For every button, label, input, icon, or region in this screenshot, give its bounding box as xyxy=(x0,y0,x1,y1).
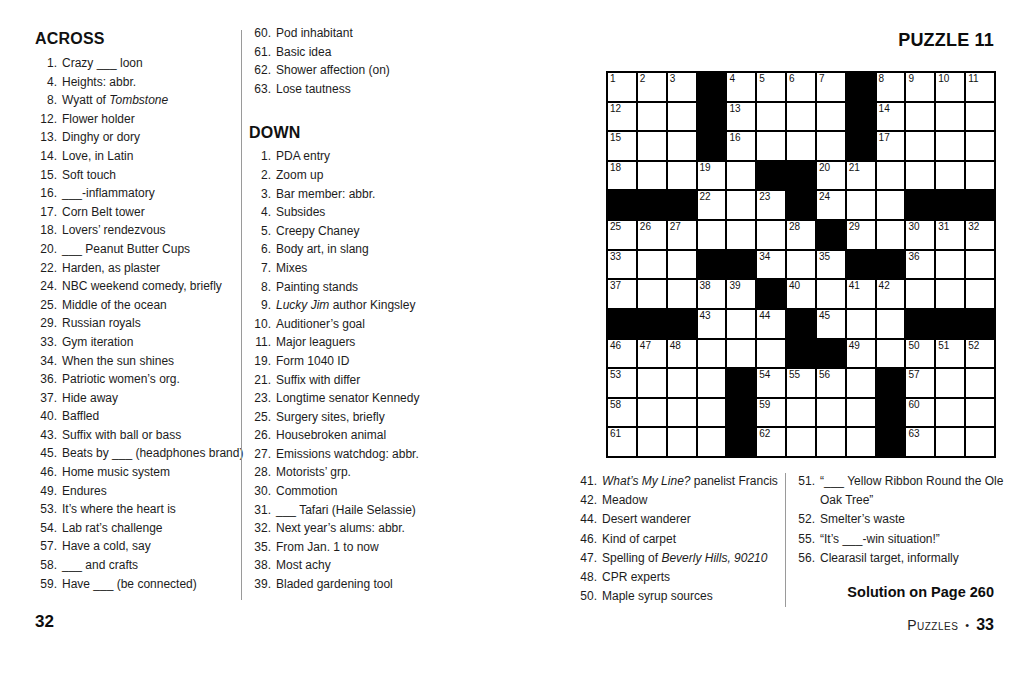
grid-cell-r12c7[interactable] xyxy=(787,399,815,427)
clue-number: 13. xyxy=(35,128,57,147)
down-clues-list-1: 1.PDA entry2.Zoom up3.Bar member: abbr.4… xyxy=(249,147,473,593)
grid-cell-r7c12[interactable] xyxy=(936,251,964,279)
grid-cell-r6c2[interactable]: 26 xyxy=(638,221,666,249)
grid-cell-r3c1[interactable]: 15 xyxy=(608,132,636,160)
cell-number: 32 xyxy=(968,221,979,232)
clue: 2.Zoom up xyxy=(249,166,473,185)
grid-cell-r2c6[interactable] xyxy=(757,103,785,131)
grid-cell-r11c6[interactable]: 54 xyxy=(757,369,785,397)
grid-cell-r2c9 xyxy=(847,103,875,131)
clue: 53.It’s where the heart is xyxy=(35,500,237,519)
clue: 29.Russian royals xyxy=(35,314,237,333)
clue-text: Mixes xyxy=(276,259,473,278)
grid-cell-r5c13 xyxy=(966,191,994,219)
cell-number: 44 xyxy=(759,310,770,321)
clue-text: Motorists’ grp. xyxy=(276,463,473,482)
cell-number: 17 xyxy=(879,132,890,143)
clue-number: 44. xyxy=(575,510,597,529)
clue-text: When the sun shines xyxy=(62,352,237,371)
clue: 35.From Jan. 1 to now xyxy=(249,538,473,557)
grid-cell-r8c2[interactable] xyxy=(638,280,666,308)
grid-cell-r3c6[interactable] xyxy=(757,132,785,160)
clue: 33.Gym iteration xyxy=(35,333,237,352)
clue: 63.Lose tautness xyxy=(249,80,473,99)
page-footer-right: Puzzles • 33 xyxy=(907,616,994,634)
grid-cell-r2c5[interactable]: 13 xyxy=(727,103,755,131)
clue-text: ___ Tafari (Haile Selassie) xyxy=(276,501,473,520)
clue-text: Emissions watchdog: abbr. xyxy=(276,445,473,464)
grid-cell-r2c2[interactable] xyxy=(638,103,666,131)
clue-number: 51. xyxy=(793,472,815,510)
grid-cell-r3c3[interactable] xyxy=(668,132,696,160)
grid-cell-r1c6[interactable]: 5 xyxy=(757,73,785,101)
clue-text: Body art, in slang xyxy=(276,240,473,259)
clue: 38.Most achy xyxy=(249,556,473,575)
clue-number: 25. xyxy=(249,408,271,427)
grid-cell-r1c2[interactable]: 2 xyxy=(638,73,666,101)
grid-cell-r6c7[interactable]: 28 xyxy=(787,221,815,249)
grid-cell-r11c4[interactable] xyxy=(698,369,726,397)
grid-cell-r7c8[interactable]: 35 xyxy=(817,251,845,279)
clue: 44.Desert wanderer xyxy=(575,510,780,529)
grid-cell-r2c11[interactable] xyxy=(906,103,934,131)
clue-text: Have ___ (be connected) xyxy=(62,575,237,594)
puzzles-label: Puzzles xyxy=(907,617,958,633)
grid-cell-r7c1[interactable]: 33 xyxy=(608,251,636,279)
clue-number: 40. xyxy=(35,407,57,426)
clue: 49.Endures xyxy=(35,482,237,501)
clue: 11.Major leaguers xyxy=(249,333,473,352)
clue-text: Lab rat’s challenge xyxy=(62,519,237,538)
grid-cell-r7c9 xyxy=(847,251,875,279)
grid-cell-r11c9[interactable] xyxy=(847,369,875,397)
clue-text: Gym iteration xyxy=(62,333,237,352)
clue-number: 21. xyxy=(249,371,271,390)
clue-number: 34. xyxy=(35,352,57,371)
cell-number: 46 xyxy=(610,340,621,351)
grid-cell-r10c13[interactable]: 52 xyxy=(966,340,994,368)
grid-cell-r4c1[interactable]: 18 xyxy=(608,162,636,190)
clue-text: Wyatt of Tombstone xyxy=(62,91,237,110)
grid-cell-r6c11[interactable]: 30 xyxy=(906,221,934,249)
clue-text: Have a cold, say xyxy=(62,537,237,556)
clue-text: Lose tautness xyxy=(276,80,473,99)
grid-cell-r8c4[interactable]: 38 xyxy=(698,280,726,308)
clue-number: 6. xyxy=(249,240,271,259)
grid-cell-r11c13[interactable] xyxy=(966,369,994,397)
grid-cell-r6c1[interactable]: 25 xyxy=(608,221,636,249)
grid-cell-r12c12[interactable] xyxy=(936,399,964,427)
grid-cell-r12c4[interactable] xyxy=(698,399,726,427)
grid-cell-r6c5[interactable] xyxy=(727,221,755,249)
grid-cell-r9c2 xyxy=(638,310,666,338)
clue-text: Beats by ___ (headphones brand) xyxy=(62,444,243,463)
grid-cell-r6c12[interactable]: 31 xyxy=(936,221,964,249)
clue: 45.Beats by ___ (headphones brand) xyxy=(35,444,237,463)
cell-number: 42 xyxy=(879,280,890,291)
bottom-column-divider xyxy=(785,473,786,607)
clue: 56.Clearasil target, informally xyxy=(793,549,1011,568)
clue-number: 8. xyxy=(249,278,271,297)
grid-cell-r2c12[interactable] xyxy=(936,103,964,131)
grid-cell-r12c8[interactable] xyxy=(817,399,845,427)
grid-cell-r11c7[interactable]: 55 xyxy=(787,369,815,397)
grid-cell-r11c12[interactable] xyxy=(936,369,964,397)
grid-cell-r6c8 xyxy=(817,221,845,249)
clue-number: 62. xyxy=(249,61,271,80)
clue-text: Auditioner’s goal xyxy=(276,315,473,334)
cell-number: 49 xyxy=(849,340,860,351)
grid-cell-r4c10[interactable] xyxy=(877,162,905,190)
grid-cell-r13c7[interactable] xyxy=(787,428,815,456)
clue-number: 46. xyxy=(35,463,57,482)
cell-number: 60 xyxy=(908,399,919,410)
grid-cell-r12c9[interactable] xyxy=(847,399,875,427)
grid-cell-r4c12[interactable] xyxy=(936,162,964,190)
grid-cell-r4c3[interactable] xyxy=(668,162,696,190)
clue: 27.Emissions watchdog: abbr. xyxy=(249,445,473,464)
grid-cell-r13c1[interactable]: 61 xyxy=(608,428,636,456)
grid-cell-r10c4[interactable] xyxy=(698,340,726,368)
grid-cell-r1c5[interactable]: 4 xyxy=(727,73,755,101)
clue: 51.“___ Yellow Ribbon Round the Ole Oak … xyxy=(793,472,1011,510)
cell-number: 9 xyxy=(908,73,914,84)
clue-number: 56. xyxy=(793,549,815,568)
grid-cell-r8c6 xyxy=(757,280,785,308)
grid-cell-r7c7[interactable] xyxy=(787,251,815,279)
grid-cell-r7c6[interactable]: 34 xyxy=(757,251,785,279)
grid-cell-r7c11[interactable]: 36 xyxy=(906,251,934,279)
grid-cell-r13c13[interactable] xyxy=(966,428,994,456)
clue-text: Smelter’s waste xyxy=(820,510,1011,529)
clue-text: Major leaguers xyxy=(276,333,473,352)
cell-number: 13 xyxy=(729,103,740,114)
grid-cell-r5c5[interactable] xyxy=(727,191,755,219)
grid-cell-r8c11[interactable] xyxy=(906,280,934,308)
cell-number: 29 xyxy=(849,221,860,232)
across-header: ACROSS xyxy=(35,30,237,48)
grid-cell-r5c8[interactable]: 24 xyxy=(817,191,845,219)
grid-cell-r4c6 xyxy=(757,162,785,190)
grid-cell-r13c3[interactable] xyxy=(668,428,696,456)
grid-cell-r5c9[interactable] xyxy=(847,191,875,219)
grid-cell-r3c5[interactable]: 16 xyxy=(727,132,755,160)
grid-cell-r3c10[interactable]: 17 xyxy=(877,132,905,160)
grid-cell-r8c12[interactable] xyxy=(936,280,964,308)
clue: 17.Corn Belt tower xyxy=(35,203,237,222)
grid-cell-r10c2[interactable]: 47 xyxy=(638,340,666,368)
clue-text: Home music system xyxy=(62,463,237,482)
clue-text: ___-inflammatory xyxy=(62,184,237,203)
clue-number: 53. xyxy=(35,500,57,519)
clue: 40.Baffled xyxy=(35,407,237,426)
grid-cell-r8c1[interactable]: 37 xyxy=(608,280,636,308)
cell-number: 26 xyxy=(640,221,651,232)
clue-text: Form 1040 ID xyxy=(276,352,473,371)
clue: 6.Body art, in slang xyxy=(249,240,473,259)
grid-cell-r8c5[interactable]: 39 xyxy=(727,280,755,308)
across-clues-list-1: 1.Crazy ___ loon4.Heights: abbr.8.Wyatt … xyxy=(35,54,237,593)
clue: 50.Maple syrup sources xyxy=(575,587,780,606)
grid-cell-r10c6[interactable] xyxy=(757,340,785,368)
grid-cell-r9c8[interactable]: 45 xyxy=(817,310,845,338)
grid-cell-r9c13 xyxy=(966,310,994,338)
grid-cell-r8c3[interactable] xyxy=(668,280,696,308)
grid-cell-r8c9[interactable]: 41 xyxy=(847,280,875,308)
cell-number: 43 xyxy=(700,310,711,321)
clue-number: 28. xyxy=(249,463,271,482)
grid-cell-r10c3[interactable]: 48 xyxy=(668,340,696,368)
clue-text: Next year’s alums: abbr. xyxy=(276,519,473,538)
grid-cell-r9c9[interactable] xyxy=(847,310,875,338)
clue-text: Most achy xyxy=(276,556,473,575)
grid-cell-r6c10[interactable] xyxy=(877,221,905,249)
clue-text: Longtime senator Kennedy xyxy=(276,389,473,408)
clue-text: It’s where the heart is xyxy=(62,500,237,519)
grid-cell-r2c7[interactable] xyxy=(787,103,815,131)
grid-cell-r10c10[interactable] xyxy=(877,340,905,368)
grid-cell-r3c7[interactable] xyxy=(787,132,815,160)
grid-cell-r12c3[interactable] xyxy=(668,399,696,427)
grid-cell-r1c10[interactable]: 8 xyxy=(877,73,905,101)
grid-cell-r1c7[interactable]: 6 xyxy=(787,73,815,101)
grid-cell-r11c11[interactable]: 57 xyxy=(906,369,934,397)
clue-text: Heights: abbr. xyxy=(62,73,237,92)
grid-cell-r11c2[interactable] xyxy=(638,369,666,397)
cell-number: 45 xyxy=(819,310,830,321)
clue-number: 25. xyxy=(35,296,57,315)
across-clues-column: ACROSS 1.Crazy ___ loon4.Heights: abbr.8… xyxy=(35,30,237,593)
clue-number: 58. xyxy=(35,556,57,575)
middle-clues-column: 60.Pod inhabitant61.Basic idea62.Shower … xyxy=(249,24,473,594)
grid-cell-r12c2[interactable] xyxy=(638,399,666,427)
clue: 34.When the sun shines xyxy=(35,352,237,371)
grid-cell-r9c5[interactable] xyxy=(727,310,755,338)
grid-cell-r4c9[interactable]: 21 xyxy=(847,162,875,190)
page-number-left: 32 xyxy=(35,612,54,632)
grid-cell-r7c2[interactable] xyxy=(638,251,666,279)
grid-cell-r6c6[interactable] xyxy=(757,221,785,249)
grid-cell-r9c7 xyxy=(787,310,815,338)
clue-text: Love, in Latin xyxy=(62,147,237,166)
cell-number: 61 xyxy=(610,428,621,439)
clue-text: Bar member: abbr. xyxy=(276,185,473,204)
grid-cell-r13c4[interactable] xyxy=(698,428,726,456)
cell-number: 35 xyxy=(819,251,830,262)
grid-cell-r5c6[interactable]: 23 xyxy=(757,191,785,219)
clue-text: Hide away xyxy=(62,389,237,408)
clue: 47.Spelling of Beverly Hills, 90210 xyxy=(575,549,780,568)
grid-cell-r10c5[interactable] xyxy=(727,340,755,368)
cell-number: 31 xyxy=(938,221,949,232)
grid-cell-r13c11[interactable]: 63 xyxy=(906,428,934,456)
cell-number: 41 xyxy=(849,280,860,291)
clue-number: 45. xyxy=(35,444,57,463)
grid-cell-r12c6[interactable]: 59 xyxy=(757,399,785,427)
grid-cell-r12c1[interactable]: 58 xyxy=(608,399,636,427)
grid-cell-r1c3[interactable]: 3 xyxy=(668,73,696,101)
clue: 58.___ and crafts xyxy=(35,556,237,575)
grid-cell-r13c6[interactable]: 62 xyxy=(757,428,785,456)
clue-number: 23. xyxy=(249,389,271,408)
grid-cell-r11c8[interactable]: 56 xyxy=(817,369,845,397)
clue-text: Suffix with ball or bass xyxy=(62,426,237,445)
bullet-separator: • xyxy=(965,619,969,631)
grid-cell-r4c8[interactable]: 20 xyxy=(817,162,845,190)
cell-number: 33 xyxy=(610,251,621,262)
page-number-right: 33 xyxy=(976,616,994,634)
grid-cell-r13c2[interactable] xyxy=(638,428,666,456)
grid-cell-r11c3[interactable] xyxy=(668,369,696,397)
clue: 46.Kind of carpet xyxy=(575,530,780,549)
clue-number: 41. xyxy=(575,472,597,491)
clue: 5.Creepy Chaney xyxy=(249,222,473,241)
grid-cell-r10c9[interactable]: 49 xyxy=(847,340,875,368)
grid-cell-r4c5[interactable] xyxy=(727,162,755,190)
grid-cell-r4c4[interactable]: 19 xyxy=(698,162,726,190)
cell-number: 24 xyxy=(819,191,830,202)
cell-number: 21 xyxy=(849,162,860,173)
cell-number: 6 xyxy=(789,73,795,84)
grid-cell-r12c13[interactable] xyxy=(966,399,994,427)
clue-text: Housebroken animal xyxy=(276,426,473,445)
grid-cell-r3c9 xyxy=(847,132,875,160)
grid-cell-r10c11[interactable]: 50 xyxy=(906,340,934,368)
cell-number: 16 xyxy=(729,132,740,143)
cell-number: 28 xyxy=(789,221,800,232)
grid-cell-r4c13[interactable] xyxy=(966,162,994,190)
clue: 25.Middle of the ocean xyxy=(35,296,237,315)
grid-cell-r2c8[interactable] xyxy=(817,103,845,131)
clue: 26.Housebroken animal xyxy=(249,426,473,445)
grid-cell-r3c13[interactable] xyxy=(966,132,994,160)
grid-cell-r1c12[interactable]: 10 xyxy=(936,73,964,101)
grid-cell-r9c6[interactable]: 44 xyxy=(757,310,785,338)
grid-cell-r8c8[interactable] xyxy=(817,280,845,308)
cell-number: 4 xyxy=(729,73,735,84)
cell-number: 39 xyxy=(729,280,740,291)
clue-text: Dinghy or dory xyxy=(62,128,237,147)
grid-cell-r10c1[interactable]: 46 xyxy=(608,340,636,368)
clue-number: 30. xyxy=(249,482,271,501)
grid-cell-r12c11[interactable]: 60 xyxy=(906,399,934,427)
cell-number: 36 xyxy=(908,251,919,262)
clue: 8.Painting stands xyxy=(249,278,473,297)
grid-cell-r1c9 xyxy=(847,73,875,101)
clue-text: ___ Peanut Butter Cups xyxy=(62,240,237,259)
grid-cell-r5c10[interactable] xyxy=(877,191,905,219)
clue-text: PDA entry xyxy=(276,147,473,166)
grid-cell-r10c12[interactable]: 51 xyxy=(936,340,964,368)
clue: 59.Have ___ (be connected) xyxy=(35,575,237,594)
grid-cell-r3c8[interactable] xyxy=(817,132,845,160)
cell-number: 50 xyxy=(908,340,919,351)
grid-cell-r13c12[interactable] xyxy=(936,428,964,456)
grid-cell-r7c3[interactable] xyxy=(668,251,696,279)
cell-number: 23 xyxy=(759,191,770,202)
clue: 22.Harden, as plaster xyxy=(35,259,237,278)
cell-number: 57 xyxy=(908,369,919,380)
clue: 3.Bar member: abbr. xyxy=(249,185,473,204)
grid-cell-r6c3[interactable]: 27 xyxy=(668,221,696,249)
clue-number: 27. xyxy=(249,445,271,464)
clue-number: 20. xyxy=(35,240,57,259)
grid-cell-r2c13[interactable] xyxy=(966,103,994,131)
clue: 62.Shower affection (on) xyxy=(249,61,473,80)
grid-cell-r4c2[interactable] xyxy=(638,162,666,190)
cell-number: 63 xyxy=(908,428,919,439)
clue: 16.___-inflammatory xyxy=(35,184,237,203)
grid-cell-r1c8[interactable]: 7 xyxy=(817,73,845,101)
grid-cell-r2c3[interactable] xyxy=(668,103,696,131)
grid-cell-r13c9[interactable] xyxy=(847,428,875,456)
cell-number: 2 xyxy=(640,73,646,84)
clue-number: 1. xyxy=(35,54,57,73)
grid-cell-r2c1[interactable]: 12 xyxy=(608,103,636,131)
grid-cell-r5c2 xyxy=(638,191,666,219)
grid-cell-r1c13[interactable]: 11 xyxy=(966,73,994,101)
clue-number: 54. xyxy=(35,519,57,538)
column-divider xyxy=(241,30,242,600)
grid-cell-r3c12[interactable] xyxy=(936,132,964,160)
clue: 43.Suffix with ball or bass xyxy=(35,426,237,445)
clue-text: What’s My Line? panelist Francis xyxy=(602,472,780,491)
clue: 9.Lucky Jim author Kingsley xyxy=(249,296,473,315)
grid-cell-r11c1[interactable]: 53 xyxy=(608,369,636,397)
clue-number: 3. xyxy=(249,185,271,204)
grid-cell-r3c2[interactable] xyxy=(638,132,666,160)
cell-number: 20 xyxy=(819,162,830,173)
clue: 46.Home music system xyxy=(35,463,237,482)
clue-text: Kind of carpet xyxy=(602,530,780,549)
grid-cell-r1c11[interactable]: 9 xyxy=(906,73,934,101)
clue-number: 61. xyxy=(249,43,271,62)
clue-number: 10. xyxy=(249,315,271,334)
clue-number: 4. xyxy=(249,203,271,222)
clue: 39.Bladed gardening tool xyxy=(249,575,473,594)
grid-cell-r5c4[interactable]: 22 xyxy=(698,191,726,219)
grid-cell-r9c4[interactable]: 43 xyxy=(698,310,726,338)
clue: 15.Soft touch xyxy=(35,166,237,185)
clue-number: 43. xyxy=(35,426,57,445)
grid-cell-r13c8[interactable] xyxy=(817,428,845,456)
grid-cell-r6c9[interactable]: 29 xyxy=(847,221,875,249)
grid-cell-r9c10[interactable] xyxy=(877,310,905,338)
clue-number: 12. xyxy=(35,110,57,129)
grid-cell-r6c4[interactable] xyxy=(698,221,726,249)
clue-text: Maple syrup sources xyxy=(602,587,780,606)
clue: 4.Subsides xyxy=(249,203,473,222)
grid-cell-r6c13[interactable]: 32 xyxy=(966,221,994,249)
grid-cell-r8c10[interactable]: 42 xyxy=(877,280,905,308)
grid-cell-r3c11[interactable] xyxy=(906,132,934,160)
grid-cell-r8c13[interactable] xyxy=(966,280,994,308)
grid-cell-r1c1[interactable]: 1 xyxy=(608,73,636,101)
grid-cell-r8c7[interactable]: 40 xyxy=(787,280,815,308)
solution-note: Solution on Page 260 xyxy=(847,584,994,600)
clue-text: “___ Yellow Ribbon Round the Ole Oak Tre… xyxy=(820,472,1011,510)
clue-text: Lucky Jim author Kingsley xyxy=(276,296,473,315)
clue-text: Commotion xyxy=(276,482,473,501)
cell-number: 47 xyxy=(640,340,651,351)
clue-text: Desert wanderer xyxy=(602,510,780,529)
clue: 57.Have a cold, say xyxy=(35,537,237,556)
down-clues-bottom-right: 51.“___ Yellow Ribbon Round the Ole Oak … xyxy=(793,472,1011,568)
grid-cell-r4c11[interactable] xyxy=(906,162,934,190)
grid-cell-r2c10[interactable]: 14 xyxy=(877,103,905,131)
grid-cell-r7c13[interactable] xyxy=(966,251,994,279)
clue: 61.Basic idea xyxy=(249,43,473,62)
